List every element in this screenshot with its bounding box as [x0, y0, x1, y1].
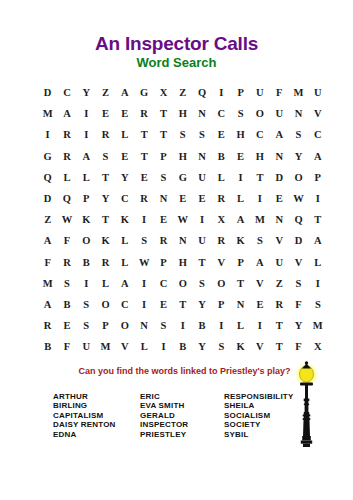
grid-cell-r12c7: S — [154, 315, 173, 336]
word-list-column-2: ERICEVA SMITHGERALDINSPECTORPRIESTLEY — [140, 392, 188, 439]
grid-cell-r2c15: V — [308, 103, 327, 124]
grid-cell-r9c13: U — [270, 252, 289, 273]
grid-cell-r3c4: R — [96, 124, 115, 145]
page-title: An Inspector Calls — [0, 33, 353, 55]
word-list-item: ERIC — [140, 392, 188, 401]
grid-cell-r13c8: B — [173, 336, 192, 357]
grid-cell-r11c10: P — [212, 294, 231, 315]
grid-cell-r4c6: T — [134, 146, 153, 167]
grid-cell-r4c4: S — [96, 146, 115, 167]
grid-cell-r1c6: G — [134, 82, 153, 103]
grid-cell-r6c10: R — [212, 188, 231, 209]
grid-cell-r6c14: W — [289, 188, 308, 209]
grid-cell-r5c15: P — [308, 167, 327, 188]
grid-cell-r12c3: S — [77, 315, 96, 336]
grid-cell-r4c12: H — [250, 146, 269, 167]
grid-cell-r4c13: N — [270, 146, 289, 167]
grid-cell-r9c7: P — [154, 252, 173, 273]
grid-cell-r6c12: I — [250, 188, 269, 209]
grid-cell-r2c11: S — [231, 103, 250, 124]
grid-cell-r13c14: F — [289, 336, 308, 357]
grid-cell-r13c15: X — [308, 336, 327, 357]
grid-cell-r12c1: R — [38, 315, 57, 336]
grid-cell-r9c11: P — [231, 252, 250, 273]
grid-cell-r13c13: T — [270, 336, 289, 357]
grid-cell-r5c8: G — [173, 167, 192, 188]
grid-cell-r5c4: T — [96, 167, 115, 188]
grid-cell-r11c8: T — [173, 294, 192, 315]
grid-cell-r12c8: I — [173, 315, 192, 336]
grid-cell-r7c11: A — [231, 209, 250, 230]
grid-cell-r12c5: O — [115, 315, 134, 336]
grid-cell-r12c2: E — [57, 315, 76, 336]
word-list-item: SHEILA — [224, 401, 293, 410]
grid-cell-r11c7: E — [154, 294, 173, 315]
grid-cell-r5c5: Y — [115, 167, 134, 188]
grid-cell-r1c13: F — [270, 82, 289, 103]
grid-cell-r8c15: A — [308, 230, 327, 251]
grid-cell-r10c4: L — [96, 273, 115, 294]
grid-cell-r10c12: V — [250, 273, 269, 294]
word-list-item: CAPITALISM — [53, 411, 116, 420]
grid-cell-r5c13: D — [270, 167, 289, 188]
grid-cell-r12c12: I — [250, 315, 269, 336]
grid-cell-r1c7: X — [154, 82, 173, 103]
grid-cell-r1c8: Z — [173, 82, 192, 103]
grid-cell-r8c12: S — [250, 230, 269, 251]
grid-cell-r10c8: O — [173, 273, 192, 294]
grid-cell-r1c4: Z — [96, 82, 115, 103]
grid-cell-r7c12: M — [250, 209, 269, 230]
grid-cell-r1c3: Y — [77, 82, 96, 103]
word-list-item: EVA SMITH — [140, 401, 188, 410]
grid-cell-r11c4: O — [96, 294, 115, 315]
grid-cell-r11c15: S — [308, 294, 327, 315]
lamppost-icon — [293, 360, 320, 450]
grid-cell-r3c1: I — [38, 124, 57, 145]
word-list-item: GERALD — [140, 411, 188, 420]
grid-cell-r12c13: T — [270, 315, 289, 336]
grid-cell-r6c3: P — [77, 188, 96, 209]
grid-cell-r10c14: S — [289, 273, 308, 294]
grid-cell-r4c8: H — [173, 146, 192, 167]
grid-cell-r5c14: O — [289, 167, 308, 188]
grid-cell-r3c11: H — [231, 124, 250, 145]
grid-cell-r2c1: M — [38, 103, 57, 124]
grid-cell-r13c9: Y — [192, 336, 211, 357]
grid-cell-r7c2: W — [57, 209, 76, 230]
grid-cell-r5c10: L — [212, 167, 231, 188]
grid-cell-r4c3: A — [77, 146, 96, 167]
grid-cell-r8c6: S — [134, 230, 153, 251]
grid-cell-r1c2: C — [57, 82, 76, 103]
grid-cell-r2c6: R — [134, 103, 153, 124]
grid-cell-r1c11: P — [231, 82, 250, 103]
grid-cell-r13c12: V — [250, 336, 269, 357]
grid-cell-r9c3: B — [77, 252, 96, 273]
grid-cell-r11c13: R — [270, 294, 289, 315]
grid-cell-r12c10: I — [212, 315, 231, 336]
grid-cell-r10c13: Z — [270, 273, 289, 294]
grid-cell-r4c14: Y — [289, 146, 308, 167]
grid-cell-r13c3: U — [77, 336, 96, 357]
grid-cell-r2c12: O — [250, 103, 269, 124]
grid-cell-r7c9: I — [192, 209, 211, 230]
page-subtitle: Word Search — [0, 55, 353, 70]
grid-cell-r5c1: Q — [38, 167, 57, 188]
grid-cell-r13c7: I — [154, 336, 173, 357]
grid-cell-r12c15: M — [308, 315, 327, 336]
grid-cell-r1c12: U — [250, 82, 269, 103]
grid-cell-r10c15: I — [308, 273, 327, 294]
grid-cell-r10c11: T — [231, 273, 250, 294]
grid-cell-r13c6: L — [134, 336, 153, 357]
grid-cell-r6c6: R — [134, 188, 153, 209]
grid-cell-r9c12: A — [250, 252, 269, 273]
grid-cell-r2c13: U — [270, 103, 289, 124]
grid-cell-r3c8: S — [173, 124, 192, 145]
grid-cell-r5c6: E — [134, 167, 153, 188]
word-list-item: ARTHUR — [53, 392, 116, 401]
grid-cell-r6c2: Q — [57, 188, 76, 209]
grid-cell-r13c5: V — [115, 336, 134, 357]
grid-cell-r7c4: T — [96, 209, 115, 230]
grid-cell-r9c6: W — [134, 252, 153, 273]
grid-cell-r11c12: E — [250, 294, 269, 315]
grid-cell-r8c14: D — [289, 230, 308, 251]
grid-cell-r2c3: I — [77, 103, 96, 124]
word-list-item: PRIESTLEY — [140, 430, 188, 439]
word-list-item: INSPECTOR — [140, 420, 188, 429]
grid-cell-r12c14: Y — [289, 315, 308, 336]
grid-cell-r2c2: A — [57, 103, 76, 124]
word-list-column-3: RESPONSIBILITYSHEILASOCIALISMSOCIETYSYBI… — [224, 392, 293, 439]
grid-cell-r6c8: E — [173, 188, 192, 209]
word-list-item: RESPONSIBILITY — [224, 392, 293, 401]
grid-cell-r10c9: S — [192, 273, 211, 294]
grid-cell-r9c14: V — [289, 252, 308, 273]
grid-cell-r2c10: C — [212, 103, 231, 124]
grid-cell-r11c2: B — [57, 294, 76, 315]
word-search-grid: DCYZAGXZQIPUFMUMAIEERTHNCSOUNVIRIRLTTSSE… — [38, 82, 327, 357]
grid-cell-r3c9: S — [192, 124, 211, 145]
grid-cell-r8c1: A — [38, 230, 57, 251]
grid-cell-r6c9: E — [192, 188, 211, 209]
grid-cell-r8c10: R — [212, 230, 231, 251]
grid-cell-r3c12: C — [250, 124, 269, 145]
grid-cell-r8c3: O — [77, 230, 96, 251]
grid-cell-r7c10: X — [212, 209, 231, 230]
grid-cell-r11c11: N — [231, 294, 250, 315]
grid-cell-r2c9: N — [192, 103, 211, 124]
grid-cell-r13c1: B — [38, 336, 57, 357]
grid-cell-r2c7: T — [154, 103, 173, 124]
grid-cell-r10c5: A — [115, 273, 134, 294]
grid-cell-r3c5: L — [115, 124, 134, 145]
grid-cell-r11c14: F — [289, 294, 308, 315]
grid-cell-r10c6: I — [134, 273, 153, 294]
grid-cell-r5c9: U — [192, 167, 211, 188]
word-list-item: SOCIETY — [224, 420, 293, 429]
grid-cell-r11c3: S — [77, 294, 96, 315]
grid-cell-r10c10: O — [212, 273, 231, 294]
grid-cell-r8c11: K — [231, 230, 250, 251]
grid-cell-r1c14: M — [289, 82, 308, 103]
word-list-column-1: ARTHURBIRLINGCAPITALISMDAISY RENTONEDNA — [53, 392, 116, 439]
grid-cell-r1c5: A — [115, 82, 134, 103]
grid-cell-r10c3: I — [77, 273, 96, 294]
grid-cell-r9c2: R — [57, 252, 76, 273]
grid-cell-r9c8: H — [173, 252, 192, 273]
grid-cell-r12c11: L — [231, 315, 250, 336]
grid-cell-r7c5: K — [115, 209, 134, 230]
grid-cell-r6c4: Y — [96, 188, 115, 209]
grid-cell-r3c2: R — [57, 124, 76, 145]
grid-cell-r8c2: F — [57, 230, 76, 251]
grid-cell-r3c14: S — [289, 124, 308, 145]
grid-cell-r3c6: T — [134, 124, 153, 145]
grid-cell-r7c1: Z — [38, 209, 57, 230]
grid-cell-r7c6: I — [134, 209, 153, 230]
grid-cell-r5c3: L — [77, 167, 96, 188]
grid-cell-r8c9: U — [192, 230, 211, 251]
grid-cell-r3c3: I — [77, 124, 96, 145]
grid-cell-r4c1: G — [38, 146, 57, 167]
word-list-item: EDNA — [53, 430, 116, 439]
grid-cell-r6c5: C — [115, 188, 134, 209]
grid-cell-r7c7: E — [154, 209, 173, 230]
grid-cell-r4c15: A — [308, 146, 327, 167]
word-list-item: SYBIL — [224, 430, 293, 439]
grid-cell-r1c10: I — [212, 82, 231, 103]
grid-cell-r5c12: T — [250, 167, 269, 188]
grid-cell-r3c10: E — [212, 124, 231, 145]
grid-cell-r6c1: D — [38, 188, 57, 209]
grid-cell-r4c10: B — [212, 146, 231, 167]
grid-cell-r7c8: W — [173, 209, 192, 230]
grid-cell-r9c10: V — [212, 252, 231, 273]
grid-cell-r9c15: L — [308, 252, 327, 273]
worksheet-page: An Inspector Calls Word Search DCYZAGXZQ… — [0, 0, 353, 500]
grid-cell-r13c10: S — [212, 336, 231, 357]
grid-cell-r11c6: I — [134, 294, 153, 315]
grid-cell-r5c11: I — [231, 167, 250, 188]
grid-cell-r3c7: T — [154, 124, 173, 145]
grid-cell-r13c2: F — [57, 336, 76, 357]
grid-cell-r8c13: V — [270, 230, 289, 251]
grid-cell-r10c2: S — [57, 273, 76, 294]
grid-cell-r4c7: P — [154, 146, 173, 167]
grid-cell-r10c1: M — [38, 273, 57, 294]
grid-cell-r4c11: E — [231, 146, 250, 167]
grid-cell-r6c13: E — [270, 188, 289, 209]
grid-cell-r2c14: N — [289, 103, 308, 124]
grid-cell-r4c2: R — [57, 146, 76, 167]
grid-cell-r10c7: C — [154, 273, 173, 294]
grid-cell-r7c13: N — [270, 209, 289, 230]
grid-cell-r11c1: A — [38, 294, 57, 315]
grid-cell-r6c15: I — [308, 188, 327, 209]
grid-cell-r6c7: N — [154, 188, 173, 209]
word-list-item: DAISY RENTON — [53, 420, 116, 429]
grid-cell-r9c9: T — [192, 252, 211, 273]
grid-cell-r1c15: U — [308, 82, 327, 103]
grid-cell-r12c6: N — [134, 315, 153, 336]
grid-cell-r9c4: R — [96, 252, 115, 273]
grid-cell-r8c4: K — [96, 230, 115, 251]
grid-cell-r9c1: F — [38, 252, 57, 273]
grid-cell-r2c4: E — [96, 103, 115, 124]
grid-cell-r13c4: M — [96, 336, 115, 357]
grid-cell-r11c9: Y — [192, 294, 211, 315]
grid-cell-r4c9: N — [192, 146, 211, 167]
grid-cell-r7c15: T — [308, 209, 327, 230]
grid-cell-r2c5: E — [115, 103, 134, 124]
word-list-item: SOCIALISM — [224, 411, 293, 420]
grid-cell-r5c2: L — [57, 167, 76, 188]
grid-cell-r2c8: H — [173, 103, 192, 124]
grid-cell-r1c9: Q — [192, 82, 211, 103]
grid-cell-r12c9: B — [192, 315, 211, 336]
grid-cell-r3c15: C — [308, 124, 327, 145]
grid-cell-r4c5: E — [115, 146, 134, 167]
grid-cell-r3c13: A — [270, 124, 289, 145]
grid-cell-r7c3: K — [77, 209, 96, 230]
grid-cell-r9c5: L — [115, 252, 134, 273]
grid-cell-r8c5: L — [115, 230, 134, 251]
grid-cell-r12c4: P — [96, 315, 115, 336]
grid-cell-r5c7: S — [154, 167, 173, 188]
grid-cell-r6c11: L — [231, 188, 250, 209]
grid-cell-r11c5: C — [115, 294, 134, 315]
word-list-item: BIRLING — [53, 401, 116, 410]
grid-cell-r8c7: R — [154, 230, 173, 251]
grid-cell-r7c14: Q — [289, 209, 308, 230]
grid-cell-r13c11: K — [231, 336, 250, 357]
grid-cell-r8c8: N — [173, 230, 192, 251]
grid-cell-r1c1: D — [38, 82, 57, 103]
